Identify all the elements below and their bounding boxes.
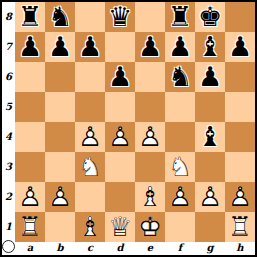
square-h6[interactable] — [225, 62, 255, 92]
square-b8[interactable]: ♞ — [45, 2, 75, 32]
square-g8[interactable]: ♚ — [195, 2, 225, 32]
black-pawn-h7: ♟ — [225, 32, 255, 62]
square-b4[interactable] — [45, 122, 75, 152]
black-pawn-d6: ♟ — [105, 62, 135, 92]
rank-label-3: 3 — [2, 152, 15, 182]
file-label-a: a — [15, 242, 45, 255]
black-king-g8: ♚ — [195, 2, 225, 32]
square-a4[interactable] — [15, 122, 45, 152]
square-b1[interactable] — [45, 212, 75, 242]
file-label-c: c — [75, 242, 105, 255]
square-e2[interactable]: ♝♗ — [135, 182, 165, 212]
square-d5[interactable] — [105, 92, 135, 122]
square-b7[interactable]: ♟ — [45, 32, 75, 62]
square-f3[interactable]: ♞♘ — [165, 152, 195, 182]
square-f6[interactable]: ♞ — [165, 62, 195, 92]
square-d4[interactable]: ♟♙ — [105, 122, 135, 152]
black-knight-b8: ♞ — [45, 2, 75, 32]
rank-label-2: 2 — [2, 182, 15, 212]
white-pawn-b2: ♙ — [45, 182, 75, 212]
square-g7[interactable]: ♝ — [195, 32, 225, 62]
file-labels: abcdefgh — [15, 242, 255, 255]
square-h8[interactable] — [225, 2, 255, 32]
square-e5[interactable] — [135, 92, 165, 122]
square-e4[interactable]: ♟♙ — [135, 122, 165, 152]
square-b6[interactable] — [45, 62, 75, 92]
square-f2[interactable]: ♟♙ — [165, 182, 195, 212]
black-queen-d8: ♛ — [105, 2, 135, 32]
square-c1[interactable]: ♝♗ — [75, 212, 105, 242]
square-h3[interactable] — [225, 152, 255, 182]
black-pawn-c7: ♟ — [75, 32, 105, 62]
rank-label-8: 8 — [2, 2, 15, 32]
turn-indicator — [2, 242, 15, 255]
square-e6[interactable] — [135, 62, 165, 92]
black-pawn-e7: ♟ — [135, 32, 165, 62]
square-g4[interactable]: ♝ — [195, 122, 225, 152]
square-a7[interactable]: ♟ — [15, 32, 45, 62]
square-g3[interactable] — [195, 152, 225, 182]
file-label-b: b — [45, 242, 75, 255]
square-h2[interactable]: ♟♙ — [225, 182, 255, 212]
white-pawn-d4: ♙ — [105, 122, 135, 152]
rank-labels: 87654321 — [2, 2, 15, 242]
chess-board: ♜♞♛♜♚♟♟♟♟♟♝♟♟♞♟♟♙♟♙♟♙♝♞♘♞♘♟♙♟♙♝♗♟♙♟♙♟♙♜♖… — [15, 2, 255, 242]
square-d3[interactable] — [105, 152, 135, 182]
black-rook-a8: ♜ — [15, 2, 45, 32]
white-bishop-e2: ♗ — [135, 182, 165, 212]
square-a1[interactable]: ♜♖ — [15, 212, 45, 242]
square-c8[interactable] — [75, 2, 105, 32]
square-d7[interactable] — [105, 32, 135, 62]
square-a2[interactable]: ♟♙ — [15, 182, 45, 212]
square-c3[interactable]: ♞♘ — [75, 152, 105, 182]
file-label-e: e — [135, 242, 165, 255]
square-b5[interactable] — [45, 92, 75, 122]
white-knight-f3: ♘ — [165, 152, 195, 182]
square-f5[interactable] — [165, 92, 195, 122]
black-pawn-a7: ♟ — [15, 32, 45, 62]
square-g6[interactable]: ♟ — [195, 62, 225, 92]
square-f1[interactable] — [165, 212, 195, 242]
black-pawn-g6: ♟ — [195, 62, 225, 92]
square-c5[interactable] — [75, 92, 105, 122]
square-b2[interactable]: ♟♙ — [45, 182, 75, 212]
black-bishop-g4: ♝ — [195, 122, 225, 152]
white-pawn-h2: ♙ — [225, 182, 255, 212]
square-e1[interactable]: ♚♔ — [135, 212, 165, 242]
square-a3[interactable] — [15, 152, 45, 182]
rank-label-1: 1 — [2, 212, 15, 242]
square-c6[interactable] — [75, 62, 105, 92]
rank-label-4: 4 — [2, 122, 15, 152]
chess-diagram: 87654321 ♜♞♛♜♚♟♟♟♟♟♝♟♟♞♟♟♙♟♙♟♙♝♞♘♞♘♟♙♟♙♝… — [0, 0, 257, 257]
black-bishop-g7: ♝ — [195, 32, 225, 62]
square-c7[interactable]: ♟ — [75, 32, 105, 62]
file-label-f: f — [165, 242, 195, 255]
white-queen-d1: ♕ — [105, 212, 135, 242]
square-a5[interactable] — [15, 92, 45, 122]
square-c4[interactable]: ♟♙ — [75, 122, 105, 152]
white-rook-h1: ♖ — [225, 212, 255, 242]
square-h5[interactable] — [225, 92, 255, 122]
black-pawn-b7: ♟ — [45, 32, 75, 62]
white-pawn-a2: ♙ — [15, 182, 45, 212]
square-h1[interactable]: ♜♖ — [225, 212, 255, 242]
square-e3[interactable] — [135, 152, 165, 182]
file-label-g: g — [195, 242, 225, 255]
square-d8[interactable]: ♛ — [105, 2, 135, 32]
square-g2[interactable]: ♟♙ — [195, 182, 225, 212]
rank-label-6: 6 — [2, 62, 15, 92]
rank-label-7: 7 — [2, 32, 15, 62]
white-bishop-c1: ♗ — [75, 212, 105, 242]
square-d6[interactable]: ♟ — [105, 62, 135, 92]
square-g5[interactable] — [195, 92, 225, 122]
black-rook-f8: ♜ — [165, 2, 195, 32]
white-to-move-circle — [2, 240, 15, 253]
square-f8[interactable]: ♜ — [165, 2, 195, 32]
black-pawn-f7: ♟ — [165, 32, 195, 62]
white-pawn-f2: ♙ — [165, 182, 195, 212]
white-pawn-e4: ♙ — [135, 122, 165, 152]
white-king-e1: ♔ — [135, 212, 165, 242]
white-knight-c3: ♘ — [75, 152, 105, 182]
square-h7[interactable]: ♟ — [225, 32, 255, 62]
square-f4[interactable] — [165, 122, 195, 152]
white-pawn-c4: ♙ — [75, 122, 105, 152]
square-a8[interactable]: ♜ — [15, 2, 45, 32]
square-d1[interactable]: ♛♕ — [105, 212, 135, 242]
square-b3[interactable] — [45, 152, 75, 182]
square-e8[interactable] — [135, 2, 165, 32]
white-pawn-g2: ♙ — [195, 182, 225, 212]
square-e7[interactable]: ♟ — [135, 32, 165, 62]
square-c2[interactable] — [75, 182, 105, 212]
rank-label-5: 5 — [2, 92, 15, 122]
square-g1[interactable] — [195, 212, 225, 242]
file-label-h: h — [225, 242, 255, 255]
file-label-d: d — [105, 242, 135, 255]
white-rook-a1: ♖ — [15, 212, 45, 242]
square-h4[interactable] — [225, 122, 255, 152]
square-f7[interactable]: ♟ — [165, 32, 195, 62]
black-knight-f6: ♞ — [165, 62, 195, 92]
square-a6[interactable] — [15, 62, 45, 92]
square-d2[interactable] — [105, 182, 135, 212]
